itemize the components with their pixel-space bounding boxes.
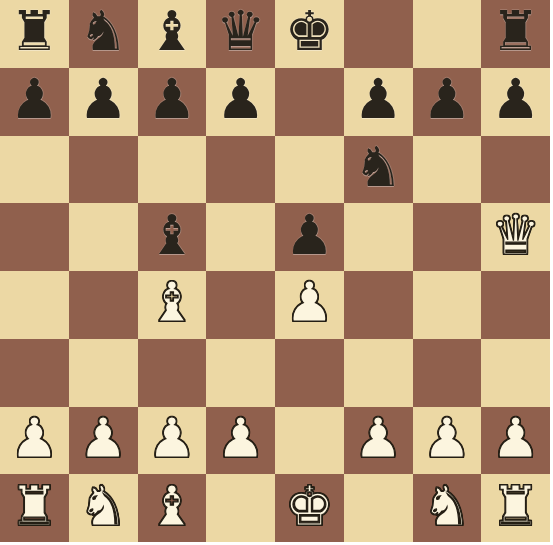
square-f6[interactable]: ♞ — [344, 136, 413, 204]
square-h4[interactable] — [481, 271, 550, 339]
black-pawn-piece[interactable]: ♟ — [10, 72, 59, 127]
black-bishop-piece[interactable]: ♝ — [147, 208, 196, 263]
square-d3[interactable] — [206, 339, 275, 407]
square-d8[interactable]: ♛ — [206, 0, 275, 68]
square-b2[interactable]: ♟ — [69, 407, 138, 475]
square-e7[interactable] — [275, 68, 344, 136]
square-e8[interactable]: ♚ — [275, 0, 344, 68]
black-rook-piece[interactable]: ♜ — [491, 4, 540, 59]
black-king-piece[interactable]: ♚ — [285, 4, 334, 59]
black-pawn-piece[interactable]: ♟ — [491, 72, 540, 127]
white-rook-piece[interactable]: ♜ — [491, 479, 540, 534]
square-f5[interactable] — [344, 203, 413, 271]
square-c7[interactable]: ♟ — [138, 68, 207, 136]
square-h5[interactable]: ♛ — [481, 203, 550, 271]
square-g6[interactable] — [413, 136, 482, 204]
square-b1[interactable]: ♞ — [69, 474, 138, 542]
black-knight-piece[interactable]: ♞ — [78, 4, 127, 59]
square-d5[interactable] — [206, 203, 275, 271]
black-pawn-piece[interactable]: ♟ — [353, 72, 402, 127]
white-bishop-piece[interactable]: ♝ — [147, 479, 196, 534]
white-pawn-piece[interactable]: ♟ — [216, 411, 265, 466]
square-d7[interactable]: ♟ — [206, 68, 275, 136]
square-a4[interactable] — [0, 271, 69, 339]
square-a1[interactable]: ♜ — [0, 474, 69, 542]
black-pawn-piece[interactable]: ♟ — [422, 72, 471, 127]
square-d1[interactable] — [206, 474, 275, 542]
square-g4[interactable] — [413, 271, 482, 339]
white-pawn-piece[interactable]: ♟ — [78, 411, 127, 466]
square-e5[interactable]: ♟ — [275, 203, 344, 271]
square-b5[interactable] — [69, 203, 138, 271]
square-a8[interactable]: ♜ — [0, 0, 69, 68]
square-d2[interactable]: ♟ — [206, 407, 275, 475]
black-rook-piece[interactable]: ♜ — [10, 4, 59, 59]
square-g7[interactable]: ♟ — [413, 68, 482, 136]
black-pawn-piece[interactable]: ♟ — [147, 72, 196, 127]
white-pawn-piece[interactable]: ♟ — [285, 275, 334, 330]
square-b6[interactable] — [69, 136, 138, 204]
square-e6[interactable] — [275, 136, 344, 204]
square-c8[interactable]: ♝ — [138, 0, 207, 68]
square-c3[interactable] — [138, 339, 207, 407]
square-c1[interactable]: ♝ — [138, 474, 207, 542]
square-a7[interactable]: ♟ — [0, 68, 69, 136]
white-pawn-piece[interactable]: ♟ — [10, 411, 59, 466]
black-knight-piece[interactable]: ♞ — [353, 140, 402, 195]
square-a5[interactable] — [0, 203, 69, 271]
square-f8[interactable] — [344, 0, 413, 68]
square-b3[interactable] — [69, 339, 138, 407]
square-g8[interactable] — [413, 0, 482, 68]
square-f4[interactable] — [344, 271, 413, 339]
white-pawn-piece[interactable]: ♟ — [422, 411, 471, 466]
white-rook-piece[interactable]: ♜ — [10, 479, 59, 534]
square-h3[interactable] — [481, 339, 550, 407]
square-b7[interactable]: ♟ — [69, 68, 138, 136]
square-g3[interactable] — [413, 339, 482, 407]
square-h6[interactable] — [481, 136, 550, 204]
black-pawn-piece[interactable]: ♟ — [216, 72, 265, 127]
square-c5[interactable]: ♝ — [138, 203, 207, 271]
square-h2[interactable]: ♟ — [481, 407, 550, 475]
square-d6[interactable] — [206, 136, 275, 204]
square-d4[interactable] — [206, 271, 275, 339]
square-b4[interactable] — [69, 271, 138, 339]
white-knight-piece[interactable]: ♞ — [422, 479, 471, 534]
square-g1[interactable]: ♞ — [413, 474, 482, 542]
white-pawn-piece[interactable]: ♟ — [491, 411, 540, 466]
square-h7[interactable]: ♟ — [481, 68, 550, 136]
square-g2[interactable]: ♟ — [413, 407, 482, 475]
square-e4[interactable]: ♟ — [275, 271, 344, 339]
square-h1[interactable]: ♜ — [481, 474, 550, 542]
chess-app-canvas: ♜♞♝♛♚♜♟♟♟♟♟♟♟♞♝♟♛♝♟♟♟♟♟♟♟♟♜♞♝♚♞♜ — [0, 0, 553, 545]
square-c4[interactable]: ♝ — [138, 271, 207, 339]
square-e3[interactable] — [275, 339, 344, 407]
square-g5[interactable] — [413, 203, 482, 271]
square-c2[interactable]: ♟ — [138, 407, 207, 475]
square-f2[interactable]: ♟ — [344, 407, 413, 475]
square-e2[interactable] — [275, 407, 344, 475]
square-b8[interactable]: ♞ — [69, 0, 138, 68]
square-a3[interactable] — [0, 339, 69, 407]
white-pawn-piece[interactable]: ♟ — [147, 411, 196, 466]
black-pawn-piece[interactable]: ♟ — [285, 208, 334, 263]
black-bishop-piece[interactable]: ♝ — [147, 4, 196, 59]
square-a2[interactable]: ♟ — [0, 407, 69, 475]
square-a6[interactable] — [0, 136, 69, 204]
black-queen-piece[interactable]: ♛ — [216, 4, 265, 59]
square-c6[interactable] — [138, 136, 207, 204]
square-f7[interactable]: ♟ — [344, 68, 413, 136]
black-pawn-piece[interactable]: ♟ — [78, 72, 127, 127]
chess-board: ♜♞♝♛♚♜♟♟♟♟♟♟♟♞♝♟♛♝♟♟♟♟♟♟♟♟♜♞♝♚♞♜ — [0, 0, 550, 542]
white-king-piece[interactable]: ♚ — [285, 479, 334, 534]
white-queen-piece[interactable]: ♛ — [491, 208, 540, 263]
square-f3[interactable] — [344, 339, 413, 407]
square-h8[interactable]: ♜ — [481, 0, 550, 68]
square-e1[interactable]: ♚ — [275, 474, 344, 542]
white-knight-piece[interactable]: ♞ — [78, 479, 127, 534]
white-pawn-piece[interactable]: ♟ — [353, 411, 402, 466]
white-bishop-piece[interactable]: ♝ — [147, 275, 196, 330]
square-f1[interactable] — [344, 474, 413, 542]
